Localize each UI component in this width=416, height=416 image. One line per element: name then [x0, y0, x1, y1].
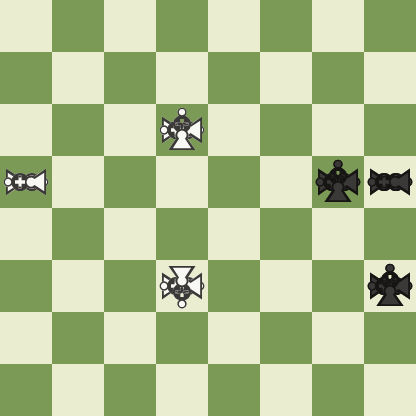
bishop-glyph-outline: ♗	[156, 260, 208, 312]
square-c3[interactable]	[104, 260, 156, 312]
bishop-glyph-outline: ♗	[156, 104, 208, 156]
square-f2[interactable]	[260, 312, 312, 364]
square-h8[interactable]	[364, 0, 416, 52]
piece-black-bishop-lying-left[interactable]: ♝♗	[312, 156, 364, 208]
black-bishop-glyph: ♝♗	[364, 260, 416, 312]
white-bishop-glyph: ♝♗	[156, 104, 208, 156]
square-h1[interactable]	[364, 364, 416, 416]
bishop-glyph-outline: ♗	[312, 156, 364, 208]
square-e8[interactable]	[208, 0, 260, 52]
square-g3[interactable]	[312, 260, 364, 312]
bishop-glyph-fill: ♝	[156, 260, 208, 312]
piece-white-bishop-lying-right[interactable]: ♝♗	[0, 156, 52, 208]
square-a4[interactable]	[0, 208, 52, 260]
bishop-glyph-fill: ♝	[156, 260, 208, 312]
white-bishop-glyph: ♝♗	[0, 156, 52, 208]
square-c6[interactable]	[104, 104, 156, 156]
square-a3[interactable]	[0, 260, 52, 312]
bishop-glyph-outline: ♗	[0, 156, 52, 208]
bishop-glyph-outline: ♗	[156, 260, 208, 312]
square-a5[interactable]: ♝♗♝♗	[0, 156, 52, 208]
black-bishop-glyph: ♝♗	[312, 156, 364, 208]
bishop-glyph-outline: ♗	[312, 156, 364, 208]
piece-white-bishop-upright[interactable]: ♝♗	[156, 104, 208, 156]
square-e3[interactable]	[208, 260, 260, 312]
piece-black-bishop-lying-left[interactable]: ♝♗	[364, 156, 416, 208]
square-g7[interactable]	[312, 52, 364, 104]
square-d4[interactable]	[156, 208, 208, 260]
square-a2[interactable]	[0, 312, 52, 364]
square-c4[interactable]	[104, 208, 156, 260]
bishop-glyph-fill: ♝	[0, 156, 52, 208]
bishop-glyph-fill: ♝	[156, 260, 208, 312]
bishop-glyph-fill: ♝	[364, 260, 416, 312]
square-c7[interactable]	[104, 52, 156, 104]
square-h3[interactable]: ♝♗♝♗♝♗	[364, 260, 416, 312]
black-bishop-glyph: ♝♗	[364, 156, 416, 208]
bishop-glyph-outline: ♗	[364, 260, 416, 312]
square-d7[interactable]	[156, 52, 208, 104]
chess-board-container: ♝♗♝♗♝♗♝♗♝♗♝♗♝♗♝♗♝♗♝♗♝♗♝♗♝♗♝♗♝♗♝♗	[0, 0, 416, 416]
black-bishop-glyph: ♝♗	[312, 156, 364, 208]
black-bishop-glyph: ♝♗	[364, 260, 416, 312]
square-f1[interactable]	[260, 364, 312, 416]
chess-board: ♝♗♝♗♝♗♝♗♝♗♝♗♝♗♝♗♝♗♝♗♝♗♝♗♝♗♝♗♝♗♝♗	[0, 0, 416, 416]
square-d5[interactable]	[156, 156, 208, 208]
square-d6[interactable]: ♝♗♝♗♝♗	[156, 104, 208, 156]
square-g5[interactable]: ♝♗♝♗♝♗	[312, 156, 364, 208]
square-f8[interactable]	[260, 0, 312, 52]
piece-black-bishop-upright[interactable]: ♝♗	[312, 156, 364, 208]
square-b2[interactable]	[52, 312, 104, 364]
square-b7[interactable]	[52, 52, 104, 104]
black-bishop-glyph: ♝♗	[312, 156, 364, 208]
square-b4[interactable]	[52, 208, 104, 260]
square-e6[interactable]	[208, 104, 260, 156]
bishop-glyph-fill: ♝	[312, 156, 364, 208]
piece-white-bishop-lying-left[interactable]: ♝♗	[0, 156, 52, 208]
bishop-glyph-fill: ♝	[364, 156, 416, 208]
square-b8[interactable]	[52, 0, 104, 52]
piece-black-bishop-lying-right[interactable]: ♝♗	[312, 156, 364, 208]
black-bishop-glyph: ♝♗	[364, 260, 416, 312]
square-g8[interactable]	[312, 0, 364, 52]
square-b6[interactable]	[52, 104, 104, 156]
square-h5[interactable]: ♝♗♝♗	[364, 156, 416, 208]
bishop-glyph-fill: ♝	[156, 104, 208, 156]
bishop-glyph-outline: ♗	[364, 260, 416, 312]
square-e7[interactable]	[208, 52, 260, 104]
bishop-glyph-fill: ♝	[312, 156, 364, 208]
square-c1[interactable]	[104, 364, 156, 416]
bishop-glyph-outline: ♗	[364, 260, 416, 312]
square-e1[interactable]	[208, 364, 260, 416]
white-bishop-glyph: ♝♗	[156, 260, 208, 312]
bishop-glyph-fill: ♝	[312, 156, 364, 208]
square-d3[interactable]: ♝♗♝♗♝♗	[156, 260, 208, 312]
piece-black-bishop-lying-left[interactable]: ♝♗	[364, 260, 416, 312]
square-h6[interactable]	[364, 104, 416, 156]
piece-white-bishop-lying-left[interactable]: ♝♗	[156, 104, 208, 156]
white-bishop-glyph: ♝♗	[156, 104, 208, 156]
square-b3[interactable]	[52, 260, 104, 312]
bishop-glyph-fill: ♝	[0, 156, 52, 208]
piece-white-bishop-lying-left[interactable]: ♝♗	[156, 260, 208, 312]
square-d2[interactable]	[156, 312, 208, 364]
bishop-glyph-fill: ♝	[364, 260, 416, 312]
black-bishop-glyph: ♝♗	[364, 156, 416, 208]
bishop-glyph-fill: ♝	[364, 260, 416, 312]
square-b5[interactable]	[52, 156, 104, 208]
square-e2[interactable]	[208, 312, 260, 364]
bishop-glyph-outline: ♗	[0, 156, 52, 208]
bishop-glyph-outline: ♗	[364, 156, 416, 208]
square-a6[interactable]	[0, 104, 52, 156]
square-d1[interactable]	[156, 364, 208, 416]
square-f5[interactable]	[260, 156, 312, 208]
white-bishop-glyph: ♝♗	[0, 156, 52, 208]
square-a8[interactable]	[0, 0, 52, 52]
square-d8[interactable]	[156, 0, 208, 52]
white-bishop-glyph: ♝♗	[156, 260, 208, 312]
piece-white-bishop-lying-right[interactable]: ♝♗	[156, 260, 208, 312]
square-h2[interactable]	[364, 312, 416, 364]
bishop-glyph-fill: ♝	[364, 156, 416, 208]
bishop-glyph-outline: ♗	[312, 156, 364, 208]
square-c2[interactable]	[104, 312, 156, 364]
square-e5[interactable]	[208, 156, 260, 208]
square-g1[interactable]	[312, 364, 364, 416]
square-a1[interactable]	[0, 364, 52, 416]
bishop-glyph-outline: ♗	[156, 260, 208, 312]
square-e4[interactable]	[208, 208, 260, 260]
bishop-glyph-fill: ♝	[156, 104, 208, 156]
white-bishop-glyph: ♝♗	[156, 260, 208, 312]
bishop-glyph-outline: ♗	[364, 156, 416, 208]
square-f7[interactable]	[260, 52, 312, 104]
piece-white-bishop-inverted[interactable]: ♝♗	[156, 260, 208, 312]
square-h4[interactable]	[364, 208, 416, 260]
bishop-glyph-fill: ♝	[156, 104, 208, 156]
square-h7[interactable]	[364, 52, 416, 104]
square-f3[interactable]	[260, 260, 312, 312]
bishop-glyph-outline: ♗	[156, 104, 208, 156]
square-g2[interactable]	[312, 312, 364, 364]
square-b1[interactable]	[52, 364, 104, 416]
square-g6[interactable]	[312, 104, 364, 156]
bishop-glyph-outline: ♗	[156, 104, 208, 156]
square-a7[interactable]	[0, 52, 52, 104]
white-bishop-glyph: ♝♗	[156, 104, 208, 156]
square-g4[interactable]	[312, 208, 364, 260]
piece-black-bishop-lying-right[interactable]: ♝♗	[364, 260, 416, 312]
square-c8[interactable]	[104, 0, 156, 52]
square-f4[interactable]	[260, 208, 312, 260]
square-f6[interactable]	[260, 104, 312, 156]
piece-white-bishop-lying-right[interactable]: ♝♗	[156, 104, 208, 156]
piece-black-bishop-lying-right[interactable]: ♝♗	[364, 156, 416, 208]
piece-black-bishop-upright[interactable]: ♝♗	[364, 260, 416, 312]
square-c5[interactable]	[104, 156, 156, 208]
